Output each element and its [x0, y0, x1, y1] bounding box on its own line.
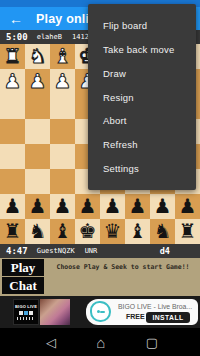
- square-r6c3[interactable]: ♟: [75, 194, 100, 219]
- piece-black-bishop[interactable]: ♝: [129, 219, 147, 244]
- square-r5c2[interactable]: [50, 169, 75, 194]
- bigo-mascot-icon: [90, 301, 111, 322]
- square-r6c1[interactable]: ♟: [25, 194, 50, 219]
- piece-black-pawn[interactable]: ♟: [154, 194, 172, 219]
- opponent-clock: 5:00: [6, 32, 28, 42]
- ad-tile-barcode: [17, 317, 35, 320]
- last-move: d4: [160, 246, 170, 256]
- piece-white-rook[interactable]: ♜: [4, 44, 22, 69]
- ad-tile-title: BIGO LIVE: [15, 304, 37, 309]
- play-button[interactable]: Play: [2, 259, 44, 276]
- square-r7c0[interactable]: ♜: [0, 219, 25, 244]
- piece-black-pawn[interactable]: ♟: [104, 194, 122, 219]
- ad-free-label: FREE: [126, 313, 145, 320]
- piece-black-knight[interactable]: ♞: [154, 219, 172, 244]
- piece-white-pawn[interactable]: ♟: [54, 69, 72, 94]
- square-r1c2[interactable]: ♟: [50, 69, 75, 94]
- piece-black-knight[interactable]: ♞: [29, 219, 47, 244]
- piece-black-rook[interactable]: ♜: [4, 219, 22, 244]
- square-r6c6[interactable]: ♟: [150, 194, 175, 219]
- action-panel: Play Chat Choose Play & Seek to start Ga…: [0, 258, 200, 296]
- square-r2c2[interactable]: [50, 94, 75, 119]
- menu-item-flip-board[interactable]: Flip board: [88, 20, 196, 31]
- square-r7c3[interactable]: ♚: [75, 219, 100, 244]
- ad-logo-tile[interactable]: BIGO LIVE: [13, 299, 39, 325]
- square-r2c1[interactable]: [25, 94, 50, 119]
- square-r1c1[interactable]: ♟: [25, 69, 50, 94]
- ad-card[interactable]: BIGO LIVE - Live Broa... FREE INSTALL: [86, 299, 198, 325]
- opponent-name: elaheB: [37, 33, 62, 41]
- square-r5c0[interactable]: [0, 169, 25, 194]
- square-r7c2[interactable]: ♝: [50, 219, 75, 244]
- player-clock: 4:47: [6, 246, 28, 256]
- status-message: Choose Play & Seek to start Game!!: [46, 263, 200, 271]
- square-r0c2[interactable]: ♝: [50, 44, 75, 69]
- piece-black-queen[interactable]: ♛: [104, 219, 122, 244]
- square-r0c1[interactable]: ♞: [25, 44, 50, 69]
- square-r6c4[interactable]: ♟: [100, 194, 125, 219]
- player-rating: UNR: [85, 247, 98, 255]
- back-icon[interactable]: ←: [9, 12, 23, 26]
- square-r7c5[interactable]: ♝: [125, 219, 150, 244]
- piece-black-pawn[interactable]: ♟: [4, 194, 22, 219]
- square-r7c4[interactable]: ♛: [100, 219, 125, 244]
- square-r3c0[interactable]: [0, 119, 25, 144]
- piece-black-bishop[interactable]: ♝: [54, 219, 72, 244]
- piece-black-pawn[interactable]: ♟: [129, 194, 147, 219]
- opponent-rating: 1412: [72, 33, 89, 41]
- piece-black-pawn[interactable]: ♟: [79, 194, 97, 219]
- square-r7c1[interactable]: ♞: [25, 219, 50, 244]
- ad-photo-thumbnail[interactable]: [40, 299, 70, 325]
- square-r6c0[interactable]: ♟: [0, 194, 25, 219]
- square-r4c0[interactable]: [0, 144, 25, 169]
- ad-headline: BIGO LIVE - Live Broa...: [118, 303, 196, 310]
- player-info-bar: 4:47 GuestNQZK UNR d4: [0, 244, 200, 258]
- ad-banner[interactable]: BIGO LIVE BIGO LIVE - Live Broa... FREE …: [0, 296, 200, 328]
- menu-item-settings[interactable]: Settings: [88, 163, 196, 174]
- square-r2c0[interactable]: [0, 94, 25, 119]
- menu-item-take-back-move[interactable]: Take back move: [88, 44, 196, 55]
- square-r1c0[interactable]: ♟: [0, 69, 25, 94]
- piece-black-pawn[interactable]: ♟: [29, 194, 47, 219]
- android-nav-bar: ◁ ⌂ ▢: [0, 328, 200, 356]
- square-r0c0[interactable]: ♜: [0, 44, 25, 69]
- piece-black-king[interactable]: ♚: [79, 219, 97, 244]
- menu-item-resign[interactable]: Resign: [88, 92, 196, 103]
- ad-tile-icons: [19, 311, 33, 315]
- square-r3c2[interactable]: [50, 119, 75, 144]
- piece-white-knight[interactable]: ♞: [29, 44, 47, 69]
- square-r4c2[interactable]: [50, 144, 75, 169]
- game-overflow-menu: Flip boardTake back moveDrawResignAbortR…: [88, 4, 196, 190]
- menu-item-refresh[interactable]: Refresh: [88, 139, 196, 150]
- nav-back-icon[interactable]: ◁: [46, 336, 56, 349]
- square-r6c2[interactable]: ♟: [50, 194, 75, 219]
- square-r7c6[interactable]: ♞: [150, 219, 175, 244]
- piece-black-rook[interactable]: ♜: [179, 219, 197, 244]
- square-r4c1[interactable]: [25, 144, 50, 169]
- square-r5c1[interactable]: [25, 169, 50, 194]
- menu-item-abort[interactable]: Abort: [88, 115, 196, 126]
- chat-button[interactable]: Chat: [2, 277, 44, 294]
- nav-recents-icon[interactable]: ▢: [146, 336, 158, 349]
- player-name: GuestNQZK: [37, 247, 75, 255]
- piece-white-pawn[interactable]: ♟: [4, 69, 22, 94]
- square-r6c7[interactable]: ♟: [175, 194, 200, 219]
- nav-home-icon[interactable]: ⌂: [96, 335, 105, 350]
- piece-black-pawn[interactable]: ♟: [179, 194, 197, 219]
- square-r3c1[interactable]: [25, 119, 50, 144]
- install-button[interactable]: INSTALL: [146, 312, 190, 323]
- square-r7c7[interactable]: ♜: [175, 219, 200, 244]
- menu-item-draw[interactable]: Draw: [88, 68, 196, 79]
- piece-white-pawn[interactable]: ♟: [29, 69, 47, 94]
- piece-white-bishop[interactable]: ♝: [54, 44, 72, 69]
- piece-black-pawn[interactable]: ♟: [54, 194, 72, 219]
- square-r6c5[interactable]: ♟: [125, 194, 150, 219]
